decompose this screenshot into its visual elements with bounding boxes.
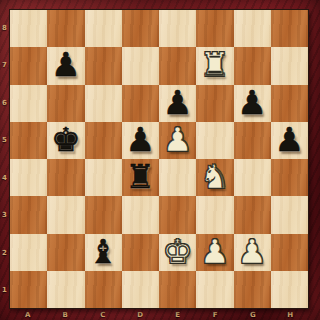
square-e2[interactable]: ♚ [159, 234, 196, 271]
square-b3[interactable] [47, 196, 84, 233]
square-b2[interactable] [47, 234, 84, 271]
square-a5[interactable] [10, 122, 47, 159]
rank-label-7: 7 [0, 47, 9, 85]
piece-black-bishop: ♝ [88, 233, 118, 270]
square-h4[interactable] [271, 159, 308, 196]
square-g4[interactable] [234, 159, 271, 196]
square-f2[interactable]: ♟ [196, 234, 233, 271]
piece-black-pawn: ♟ [163, 84, 193, 121]
file-label-g: G [234, 309, 272, 320]
piece-black-pawn: ♟ [126, 121, 156, 158]
piece-black-king: ♚ [51, 121, 81, 158]
square-f3[interactable] [196, 196, 233, 233]
rank-label-3: 3 [0, 197, 9, 235]
square-f5[interactable] [196, 122, 233, 159]
square-d5[interactable]: ♟ [122, 122, 159, 159]
square-a4[interactable] [10, 159, 47, 196]
square-e6[interactable]: ♟ [159, 85, 196, 122]
square-d2[interactable] [122, 234, 159, 271]
piece-black-rook: ♜ [126, 158, 156, 195]
piece-black-pawn: ♟ [51, 46, 81, 83]
square-h2[interactable] [271, 234, 308, 271]
square-h1[interactable] [271, 271, 308, 308]
square-e1[interactable] [159, 271, 196, 308]
square-g6[interactable]: ♟ [234, 85, 271, 122]
piece-black-pawn: ♟ [275, 121, 305, 158]
rank-label-6: 6 [0, 84, 9, 122]
square-c3[interactable] [85, 196, 122, 233]
square-b4[interactable] [47, 159, 84, 196]
square-g3[interactable] [234, 196, 271, 233]
square-e7[interactable] [159, 47, 196, 84]
square-c2[interactable]: ♝ [85, 234, 122, 271]
file-label-f: F [197, 309, 235, 320]
square-a1[interactable] [10, 271, 47, 308]
square-f6[interactable] [196, 85, 233, 122]
file-label-b: B [47, 309, 85, 320]
square-h7[interactable] [271, 47, 308, 84]
square-b7[interactable]: ♟ [47, 47, 84, 84]
square-h3[interactable] [271, 196, 308, 233]
square-f1[interactable] [196, 271, 233, 308]
square-c1[interactable] [85, 271, 122, 308]
square-b1[interactable] [47, 271, 84, 308]
square-b8[interactable] [47, 10, 84, 47]
square-e4[interactable] [159, 159, 196, 196]
square-g2[interactable]: ♟ [234, 234, 271, 271]
square-f7[interactable]: ♜ [196, 47, 233, 84]
square-h8[interactable] [271, 10, 308, 47]
rank-label-4: 4 [0, 159, 9, 197]
square-a3[interactable] [10, 196, 47, 233]
square-d7[interactable] [122, 47, 159, 84]
square-c8[interactable] [85, 10, 122, 47]
piece-white-pawn: ♟ [163, 121, 193, 158]
rank-label-1: 1 [0, 272, 9, 310]
square-d3[interactable] [122, 196, 159, 233]
file-label-h: H [272, 309, 310, 320]
square-e8[interactable] [159, 10, 196, 47]
square-a2[interactable] [10, 234, 47, 271]
square-h5[interactable]: ♟ [271, 122, 308, 159]
board-frame: 87654321 ABCDEFGH ♟♜♟♟♚♟♟♟♜♞♝♚♟♟ [0, 0, 320, 320]
chess-board: ♟♜♟♟♚♟♟♟♜♞♝♚♟♟ [9, 9, 309, 309]
piece-white-king: ♚ [163, 233, 193, 270]
square-d4[interactable]: ♜ [122, 159, 159, 196]
square-g8[interactable] [234, 10, 271, 47]
square-f4[interactable]: ♞ [196, 159, 233, 196]
square-d8[interactable] [122, 10, 159, 47]
square-d6[interactable] [122, 85, 159, 122]
square-a7[interactable] [10, 47, 47, 84]
square-f8[interactable] [196, 10, 233, 47]
square-h6[interactable] [271, 85, 308, 122]
square-a8[interactable] [10, 10, 47, 47]
rank-label-2: 2 [0, 234, 9, 272]
square-g5[interactable] [234, 122, 271, 159]
square-c5[interactable] [85, 122, 122, 159]
piece-white-rook: ♜ [200, 46, 230, 83]
square-d1[interactable] [122, 271, 159, 308]
square-b6[interactable] [47, 85, 84, 122]
piece-white-knight: ♞ [200, 158, 230, 195]
square-e5[interactable]: ♟ [159, 122, 196, 159]
file-label-c: C [84, 309, 122, 320]
square-c7[interactable] [85, 47, 122, 84]
square-c6[interactable] [85, 85, 122, 122]
file-label-a: A [9, 309, 47, 320]
square-g1[interactable] [234, 271, 271, 308]
square-g7[interactable] [234, 47, 271, 84]
piece-white-pawn: ♟ [200, 233, 230, 270]
square-e3[interactable] [159, 196, 196, 233]
square-b5[interactable]: ♚ [47, 122, 84, 159]
rank-label-8: 8 [0, 9, 9, 47]
file-label-e: E [159, 309, 197, 320]
square-c4[interactable] [85, 159, 122, 196]
piece-black-pawn: ♟ [237, 84, 267, 121]
piece-white-pawn: ♟ [237, 233, 267, 270]
file-label-d: D [122, 309, 160, 320]
rank-labels: 87654321 [0, 9, 9, 309]
rank-label-5: 5 [0, 122, 9, 160]
file-labels: ABCDEFGH [9, 309, 309, 320]
square-a6[interactable] [10, 85, 47, 122]
